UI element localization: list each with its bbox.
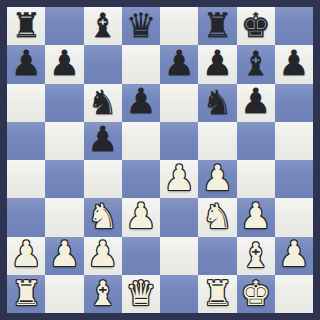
square-c8[interactable]: ♝ xyxy=(84,7,122,45)
black-pawn[interactable]: ♟ xyxy=(10,46,41,81)
black-pawn[interactable]: ♟ xyxy=(49,46,80,81)
black-bishop[interactable]: ♝ xyxy=(240,46,270,80)
white-bishop[interactable]: ♝ xyxy=(240,238,270,272)
square-d7[interactable] xyxy=(122,45,160,83)
square-h4[interactable] xyxy=(275,160,313,198)
square-h2[interactable]: ♟ xyxy=(275,237,313,275)
square-d8[interactable]: ♛ xyxy=(122,7,160,45)
square-h6[interactable] xyxy=(275,84,313,122)
white-pawn[interactable]: ♟ xyxy=(278,237,309,272)
black-pawn[interactable]: ♟ xyxy=(202,46,233,81)
square-a8[interactable]: ♜ xyxy=(7,7,45,45)
square-b8[interactable] xyxy=(45,7,83,45)
black-pawn[interactable]: ♟ xyxy=(240,84,271,119)
square-d6[interactable]: ♟ xyxy=(122,84,160,122)
white-pawn[interactable]: ♟ xyxy=(240,199,271,234)
black-pawn[interactable]: ♟ xyxy=(87,122,118,157)
square-g5[interactable] xyxy=(237,122,275,160)
white-pawn[interactable]: ♟ xyxy=(87,237,118,272)
square-b3[interactable] xyxy=(45,198,83,236)
black-knight[interactable]: ♞ xyxy=(202,85,232,119)
square-b4[interactable] xyxy=(45,160,83,198)
square-h3[interactable] xyxy=(275,198,313,236)
square-b6[interactable] xyxy=(45,84,83,122)
square-a2[interactable]: ♟ xyxy=(7,237,45,275)
white-rook[interactable]: ♜ xyxy=(11,276,41,310)
square-d1[interactable]: ♛ xyxy=(122,275,160,313)
square-f8[interactable]: ♜ xyxy=(198,7,236,45)
square-e4[interactable]: ♟ xyxy=(160,160,198,198)
square-e5[interactable] xyxy=(160,122,198,160)
square-e3[interactable] xyxy=(160,198,198,236)
square-a1[interactable]: ♜ xyxy=(7,275,45,313)
square-g8[interactable]: ♚ xyxy=(237,7,275,45)
square-d4[interactable] xyxy=(122,160,160,198)
square-h5[interactable] xyxy=(275,122,313,160)
square-f6[interactable]: ♞ xyxy=(198,84,236,122)
square-f7[interactable]: ♟ xyxy=(198,45,236,83)
black-pawn[interactable]: ♟ xyxy=(125,84,156,119)
square-h7[interactable]: ♟ xyxy=(275,45,313,83)
square-e1[interactable] xyxy=(160,275,198,313)
square-b5[interactable] xyxy=(45,122,83,160)
square-g4[interactable] xyxy=(237,160,275,198)
square-f3[interactable]: ♞ xyxy=(198,198,236,236)
square-h8[interactable] xyxy=(275,7,313,45)
white-pawn[interactable]: ♟ xyxy=(49,237,80,272)
square-e2[interactable] xyxy=(160,237,198,275)
black-knight[interactable]: ♞ xyxy=(87,85,117,119)
square-a3[interactable] xyxy=(7,198,45,236)
white-rook[interactable]: ♜ xyxy=(202,276,232,310)
square-a6[interactable] xyxy=(7,84,45,122)
square-g1[interactable]: ♚ xyxy=(237,275,275,313)
white-queen[interactable]: ♛ xyxy=(126,276,156,310)
square-b7[interactable]: ♟ xyxy=(45,45,83,83)
square-g3[interactable]: ♟ xyxy=(237,198,275,236)
square-a5[interactable] xyxy=(7,122,45,160)
white-knight[interactable]: ♞ xyxy=(87,199,117,233)
square-a4[interactable] xyxy=(7,160,45,198)
square-g6[interactable]: ♟ xyxy=(237,84,275,122)
black-bishop[interactable]: ♝ xyxy=(87,8,117,42)
white-king[interactable]: ♚ xyxy=(240,276,270,310)
white-pawn[interactable]: ♟ xyxy=(125,199,156,234)
square-f5[interactable] xyxy=(198,122,236,160)
square-g2[interactable]: ♝ xyxy=(237,237,275,275)
white-pawn[interactable]: ♟ xyxy=(163,161,194,196)
square-f2[interactable] xyxy=(198,237,236,275)
black-queen[interactable]: ♛ xyxy=(126,8,156,42)
square-c2[interactable]: ♟ xyxy=(84,237,122,275)
black-rook[interactable]: ♜ xyxy=(202,8,232,42)
chess-board: ♜♝♛♜♚♟♟♟♟♝♟♞♟♞♟♟♟♟♞♟♞♟♟♟♟♝♟♜♝♛♜♚ xyxy=(0,0,320,320)
square-c5[interactable]: ♟ xyxy=(84,122,122,160)
white-knight[interactable]: ♞ xyxy=(202,199,232,233)
square-d3[interactable]: ♟ xyxy=(122,198,160,236)
square-h1[interactable] xyxy=(275,275,313,313)
black-pawn[interactable]: ♟ xyxy=(163,46,194,81)
square-e8[interactable] xyxy=(160,7,198,45)
square-c7[interactable] xyxy=(84,45,122,83)
square-f4[interactable]: ♟ xyxy=(198,160,236,198)
black-rook[interactable]: ♜ xyxy=(11,8,41,42)
square-b1[interactable] xyxy=(45,275,83,313)
square-c1[interactable]: ♝ xyxy=(84,275,122,313)
square-c6[interactable]: ♞ xyxy=(84,84,122,122)
square-b2[interactable]: ♟ xyxy=(45,237,83,275)
black-pawn[interactable]: ♟ xyxy=(278,46,309,81)
white-pawn[interactable]: ♟ xyxy=(10,237,41,272)
square-f1[interactable]: ♜ xyxy=(198,275,236,313)
square-e6[interactable] xyxy=(160,84,198,122)
square-c3[interactable]: ♞ xyxy=(84,198,122,236)
square-d5[interactable] xyxy=(122,122,160,160)
white-bishop[interactable]: ♝ xyxy=(87,276,117,310)
square-c4[interactable] xyxy=(84,160,122,198)
square-d2[interactable] xyxy=(122,237,160,275)
white-pawn[interactable]: ♟ xyxy=(202,161,233,196)
square-a7[interactable]: ♟ xyxy=(7,45,45,83)
black-king[interactable]: ♚ xyxy=(240,8,270,42)
square-g7[interactable]: ♝ xyxy=(237,45,275,83)
square-e7[interactable]: ♟ xyxy=(160,45,198,83)
